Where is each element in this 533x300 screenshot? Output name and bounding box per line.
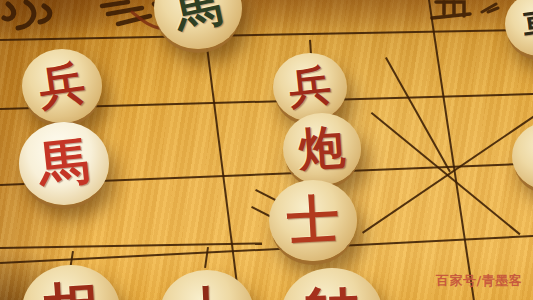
piece-red-shuai-glyph: 帥 — [279, 266, 384, 300]
piece-red-shi-bottom-glyph: 士 — [159, 268, 256, 300]
grid-line — [204, 31, 240, 300]
piece-red-ma-left[interactable]: 馬 — [19, 122, 109, 205]
piece-red-ma-left-glyph: 馬 — [15, 117, 113, 209]
piece-red-bing-left[interactable]: 兵 — [22, 49, 102, 123]
grid-line — [0, 242, 262, 249]
piece-black-ma-top-glyph: 馬 — [147, 0, 250, 57]
piece-black-topright[interactable]: 車 — [505, 0, 533, 56]
piece-red-bing-left-glyph: 兵 — [17, 44, 107, 128]
piece-red-pao-glyph: 炮 — [281, 110, 364, 187]
piece-red-shi-bottom[interactable]: 士 — [160, 270, 254, 300]
piece-black-ma-top[interactable]: 馬 — [154, 0, 242, 49]
grid-line — [428, 0, 475, 300]
grid-line — [204, 247, 209, 268]
piece-red-pao[interactable]: 炮 — [283, 113, 361, 185]
piece-red-xiang-glyph: 相 — [19, 262, 123, 300]
piece-red-xiang[interactable]: 相 — [22, 265, 120, 300]
piece-edge-right[interactable] — [512, 122, 533, 190]
board-calligraphy-fragment — [0, 0, 58, 36]
board-calligraphy-fragment — [430, 0, 474, 20]
board-calligraphy-fragment — [480, 2, 500, 14]
piece-black-topright-glyph: 車 — [501, 0, 533, 61]
watermark: 百家号/青墨客 — [436, 272, 522, 290]
grid-line — [0, 235, 533, 264]
piece-red-shi-mid-glyph: 士 — [267, 177, 359, 262]
piece-red-shuai[interactable]: 帥 — [281, 268, 383, 300]
piece-red-shi-mid[interactable]: 士 — [269, 180, 357, 261]
xiangqi-board-photo: 馬車兵馬兵炮士相士帥 百家号/青墨客 — [0, 0, 533, 300]
piece-red-bing-mid[interactable]: 兵 — [273, 53, 347, 121]
